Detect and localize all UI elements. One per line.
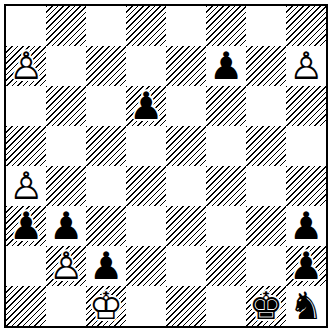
- square-a6[interactable]: [6, 86, 46, 126]
- black-pawn[interactable]: ♟: [6, 206, 46, 246]
- square-d1[interactable]: [126, 286, 166, 326]
- square-a4[interactable]: ♟♙: [6, 166, 46, 206]
- square-a1[interactable]: [6, 286, 46, 326]
- square-f3[interactable]: [206, 206, 246, 246]
- square-a7[interactable]: ♟♙: [6, 46, 46, 86]
- black-pawn[interactable]: ♟: [46, 206, 86, 246]
- square-e6[interactable]: [166, 86, 206, 126]
- white-king[interactable]: ♚♔: [86, 286, 126, 326]
- square-d4[interactable]: [126, 166, 166, 206]
- black-pawn[interactable]: ♟: [126, 86, 166, 126]
- square-a8[interactable]: [6, 6, 46, 46]
- square-b1[interactable]: [46, 286, 86, 326]
- black-knight-glyph: ♞: [286, 286, 326, 326]
- square-g6[interactable]: [246, 86, 286, 126]
- square-h1[interactable]: ♞: [286, 286, 326, 326]
- square-a5[interactable]: [6, 126, 46, 166]
- square-g3[interactable]: [246, 206, 286, 246]
- black-pawn[interactable]: ♟: [286, 246, 326, 286]
- square-f4[interactable]: [206, 166, 246, 206]
- square-h5[interactable]: [286, 126, 326, 166]
- square-f7[interactable]: ♟: [206, 46, 246, 86]
- white-pawn-outline: ♙: [6, 46, 46, 86]
- square-e3[interactable]: [166, 206, 206, 246]
- black-knight[interactable]: ♞: [286, 286, 326, 326]
- square-e5[interactable]: [166, 126, 206, 166]
- square-c1[interactable]: ♚♔: [86, 286, 126, 326]
- square-c3[interactable]: [86, 206, 126, 246]
- square-d7[interactable]: [126, 46, 166, 86]
- square-e7[interactable]: [166, 46, 206, 86]
- white-pawn-outline: ♙: [46, 246, 86, 286]
- black-pawn-glyph: ♟: [126, 86, 166, 126]
- white-pawn[interactable]: ♟♙: [46, 246, 86, 286]
- black-pawn-glyph: ♟: [286, 206, 326, 246]
- square-b8[interactable]: [46, 6, 86, 46]
- square-g8[interactable]: [246, 6, 286, 46]
- square-e4[interactable]: [166, 166, 206, 206]
- square-a3[interactable]: ♟: [6, 206, 46, 246]
- black-pawn-glyph: ♟: [6, 206, 46, 246]
- square-g5[interactable]: [246, 126, 286, 166]
- square-c8[interactable]: [86, 6, 126, 46]
- square-f6[interactable]: [206, 86, 246, 126]
- square-f2[interactable]: [206, 246, 246, 286]
- square-c2[interactable]: ♟: [86, 246, 126, 286]
- square-b6[interactable]: [46, 86, 86, 126]
- square-g7[interactable]: [246, 46, 286, 86]
- square-d3[interactable]: [126, 206, 166, 246]
- black-pawn-glyph: ♟: [286, 246, 326, 286]
- white-king-outline: ♔: [86, 286, 126, 326]
- white-pawn[interactable]: ♟♙: [6, 166, 46, 206]
- square-c4[interactable]: [86, 166, 126, 206]
- chess-board: ♟♙♟♟♙♟♟♙♟♟♟♟♙♟♟♚♔♚♞: [4, 4, 328, 328]
- square-f5[interactable]: [206, 126, 246, 166]
- square-h3[interactable]: ♟: [286, 206, 326, 246]
- black-pawn[interactable]: ♟: [286, 206, 326, 246]
- square-a2[interactable]: [6, 246, 46, 286]
- black-pawn[interactable]: ♟: [86, 246, 126, 286]
- black-pawn[interactable]: ♟: [206, 46, 246, 86]
- black-pawn-glyph: ♟: [46, 206, 86, 246]
- square-g2[interactable]: [246, 246, 286, 286]
- square-g1[interactable]: ♚: [246, 286, 286, 326]
- square-d2[interactable]: [126, 246, 166, 286]
- square-f1[interactable]: [206, 286, 246, 326]
- square-b7[interactable]: [46, 46, 86, 86]
- square-d8[interactable]: [126, 6, 166, 46]
- square-b5[interactable]: [46, 126, 86, 166]
- white-pawn-outline: ♙: [6, 166, 46, 206]
- square-h7[interactable]: ♟♙: [286, 46, 326, 86]
- black-pawn-glyph: ♟: [206, 46, 246, 86]
- white-pawn[interactable]: ♟♙: [6, 46, 46, 86]
- square-h4[interactable]: [286, 166, 326, 206]
- square-b4[interactable]: [46, 166, 86, 206]
- square-d6[interactable]: ♟: [126, 86, 166, 126]
- black-pawn-glyph: ♟: [86, 246, 126, 286]
- white-pawn[interactable]: ♟♙: [286, 46, 326, 86]
- square-f8[interactable]: [206, 6, 246, 46]
- square-c5[interactable]: [86, 126, 126, 166]
- white-pawn-outline: ♙: [286, 46, 326, 86]
- square-b3[interactable]: ♟: [46, 206, 86, 246]
- square-b2[interactable]: ♟♙: [46, 246, 86, 286]
- square-e8[interactable]: [166, 6, 206, 46]
- square-h6[interactable]: [286, 86, 326, 126]
- square-c6[interactable]: [86, 86, 126, 126]
- square-e1[interactable]: [166, 286, 206, 326]
- black-king[interactable]: ♚: [246, 286, 286, 326]
- black-king-glyph: ♚: [246, 286, 286, 326]
- square-e2[interactable]: [166, 246, 206, 286]
- square-h2[interactable]: ♟: [286, 246, 326, 286]
- square-g4[interactable]: [246, 166, 286, 206]
- chess-diagram: ♟♙♟♟♙♟♟♙♟♟♟♟♙♟♟♚♔♚♞: [0, 0, 332, 332]
- square-h8[interactable]: [286, 6, 326, 46]
- square-d5[interactable]: [126, 126, 166, 166]
- square-c7[interactable]: [86, 46, 126, 86]
